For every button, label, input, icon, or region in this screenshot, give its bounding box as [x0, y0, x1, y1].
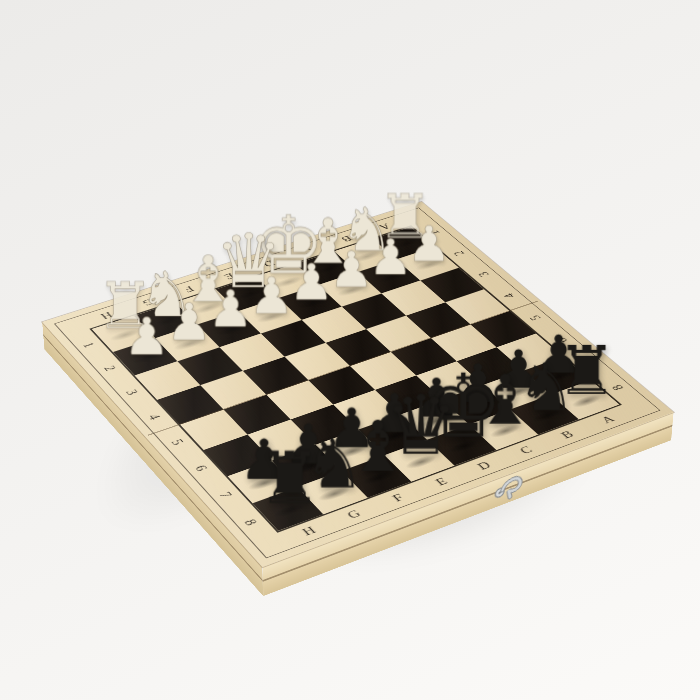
- white-pawn-glyph: ♟: [369, 232, 413, 281]
- file-label-bottom-G: G: [344, 508, 364, 522]
- file-label-bottom-C: C: [517, 444, 536, 456]
- white-pawn-glyph: ♟: [124, 311, 170, 363]
- file-label-bottom-F: F: [390, 492, 407, 504]
- rank-label-right-4: 4: [501, 292, 519, 300]
- scene-3d: ♜♞♝♛♚♝♞♜♟♟♟♟♟♟♟♟♟♟♟♟♟♟♟♟♜♞♝♛♚♝♞♜ HH11GG2…: [0, 0, 700, 700]
- file-label-bottom-E: E: [433, 476, 451, 489]
- rank-label-left-7: 7: [215, 490, 235, 500]
- white-pawn-glyph: ♟: [289, 257, 334, 307]
- rank-label-left-6: 6: [191, 463, 211, 473]
- chess-board: ♜♞♝♛♚♝♞♜♟♟♟♟♟♟♟♟♟♟♟♟♟♟♟♟♜♞♝♛♚♝♞♜ HH11GG2…: [42, 202, 674, 568]
- black-rook-glyph: ♜: [258, 444, 322, 515]
- rank-label-left-4: 4: [144, 412, 163, 421]
- rank-label-right-2: 2: [451, 249, 468, 257]
- rank-label-right-3: 3: [475, 270, 492, 278]
- board-top-face: ♜♞♝♛♚♝♞♜♟♟♟♟♟♟♟♟♟♟♟♟♟♟♟♟♜♞♝♛♚♝♞♜ HH11GG2…: [42, 202, 674, 568]
- photo-scene: ♜♞♝♛♚♝♞♜♟♟♟♟♟♟♟♟♟♟♟♟♟♟♟♟♜♞♝♛♚♝♞♜ HH11GG2…: [0, 0, 700, 700]
- white-pawn-glyph: ♟: [407, 220, 451, 269]
- white-pawn-glyph: ♟: [208, 284, 254, 335]
- rank-label-left-5: 5: [167, 438, 186, 447]
- square-h8[interactable]: ♜: [253, 487, 324, 531]
- rank-label-right-5: 5: [527, 314, 545, 322]
- file-label-bottom-A: A: [598, 414, 617, 426]
- rank-label-left-8: 8: [240, 517, 260, 527]
- rank-label-left-2: 2: [100, 364, 119, 373]
- rank-label-left-3: 3: [122, 388, 141, 397]
- file-label-bottom-D: D: [475, 459, 494, 472]
- square-h2[interactable]: ♟: [113, 338, 177, 375]
- white-pawn-glyph: ♟: [249, 270, 294, 321]
- white-pawn-glyph: ♟: [329, 245, 374, 295]
- rank-label-left-1: 1: [79, 341, 97, 350]
- file-label-bottom-H: H: [299, 524, 319, 538]
- white-pawn-glyph: ♟: [166, 297, 212, 348]
- file-label-bottom-B: B: [558, 429, 577, 441]
